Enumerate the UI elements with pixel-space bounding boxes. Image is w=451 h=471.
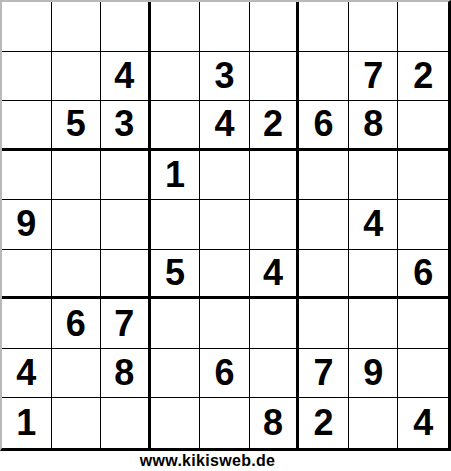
cell-r4c5[interactable] bbox=[200, 151, 250, 201]
given-digit: 2 bbox=[413, 58, 433, 94]
cell-r5c9[interactable] bbox=[398, 200, 448, 250]
cell-r6c7[interactable] bbox=[299, 250, 349, 300]
cell-r6c9[interactable]: 6 bbox=[398, 250, 448, 300]
cell-r9c5[interactable] bbox=[200, 398, 250, 448]
cell-r8c1[interactable]: 4 bbox=[2, 349, 52, 399]
cell-r5c8[interactable]: 4 bbox=[349, 200, 399, 250]
watermark-url: www.kikisweb.de bbox=[0, 451, 451, 471]
cell-r1c6[interactable] bbox=[250, 2, 300, 52]
given-digit: 8 bbox=[114, 355, 134, 391]
cell-r7c7[interactable] bbox=[299, 299, 349, 349]
cell-r6c6[interactable]: 4 bbox=[250, 250, 300, 300]
cell-r6c8[interactable] bbox=[349, 250, 399, 300]
cell-r2c5[interactable]: 3 bbox=[200, 52, 250, 102]
cell-r8c4[interactable] bbox=[151, 349, 201, 399]
cell-r3c3[interactable]: 3 bbox=[101, 101, 151, 151]
cell-r9c8[interactable] bbox=[349, 398, 399, 448]
given-digit: 6 bbox=[413, 255, 433, 291]
cell-r6c1[interactable] bbox=[2, 250, 52, 300]
cell-r4c6[interactable] bbox=[250, 151, 300, 201]
cell-r2c9[interactable]: 2 bbox=[398, 52, 448, 102]
cell-r1c3[interactable] bbox=[101, 2, 151, 52]
cell-r6c2[interactable] bbox=[52, 250, 102, 300]
cell-r3c5[interactable]: 4 bbox=[200, 101, 250, 151]
cell-r9c2[interactable] bbox=[52, 398, 102, 448]
given-digit: 6 bbox=[66, 306, 86, 342]
given-digit: 1 bbox=[16, 405, 36, 441]
cell-r7c9[interactable] bbox=[398, 299, 448, 349]
cell-r6c4[interactable]: 5 bbox=[151, 250, 201, 300]
cell-r8c6[interactable] bbox=[250, 349, 300, 399]
given-digit: 6 bbox=[314, 106, 334, 142]
cell-r7c6[interactable] bbox=[250, 299, 300, 349]
cell-r1c5[interactable] bbox=[200, 2, 250, 52]
given-digit: 1 bbox=[165, 157, 185, 193]
cell-r8c7[interactable]: 7 bbox=[299, 349, 349, 399]
given-digit: 5 bbox=[165, 255, 185, 291]
cell-r7c8[interactable] bbox=[349, 299, 399, 349]
cell-r5c5[interactable] bbox=[200, 200, 250, 250]
given-digit: 4 bbox=[114, 58, 134, 94]
cell-r2c8[interactable]: 7 bbox=[349, 52, 399, 102]
cell-r2c6[interactable] bbox=[250, 52, 300, 102]
cell-r4c7[interactable] bbox=[299, 151, 349, 201]
cell-r3c1[interactable] bbox=[2, 101, 52, 151]
cell-r2c1[interactable] bbox=[2, 52, 52, 102]
cell-r9c3[interactable] bbox=[101, 398, 151, 448]
cell-r5c4[interactable] bbox=[151, 200, 201, 250]
given-digit: 2 bbox=[263, 106, 283, 142]
cell-r5c3[interactable] bbox=[101, 200, 151, 250]
cell-r8c2[interactable] bbox=[52, 349, 102, 399]
cell-r2c2[interactable] bbox=[52, 52, 102, 102]
cell-r8c5[interactable]: 6 bbox=[200, 349, 250, 399]
cell-r7c1[interactable] bbox=[2, 299, 52, 349]
given-digit: 7 bbox=[114, 306, 134, 342]
cell-r2c7[interactable] bbox=[299, 52, 349, 102]
given-digit: 4 bbox=[363, 206, 383, 242]
cell-r5c1[interactable]: 9 bbox=[2, 200, 52, 250]
cell-r8c9[interactable] bbox=[398, 349, 448, 399]
cell-r9c9[interactable]: 4 bbox=[398, 398, 448, 448]
given-digit: 5 bbox=[66, 106, 86, 142]
cell-r3c7[interactable]: 6 bbox=[299, 101, 349, 151]
cell-r4c8[interactable] bbox=[349, 151, 399, 201]
given-digit: 4 bbox=[413, 405, 433, 441]
cell-r8c8[interactable]: 9 bbox=[349, 349, 399, 399]
cell-r8c3[interactable]: 8 bbox=[101, 349, 151, 399]
cell-r1c7[interactable] bbox=[299, 2, 349, 52]
given-digit: 4 bbox=[214, 106, 234, 142]
cell-r1c9[interactable] bbox=[398, 2, 448, 52]
cell-r9c6[interactable]: 8 bbox=[250, 398, 300, 448]
cell-r1c1[interactable] bbox=[2, 2, 52, 52]
sudoku-board: 437253426819454667486791824 bbox=[0, 0, 451, 451]
cell-r1c4[interactable] bbox=[151, 2, 201, 52]
given-digit: 9 bbox=[16, 206, 36, 242]
cell-r4c3[interactable] bbox=[101, 151, 151, 201]
given-digit: 8 bbox=[363, 106, 383, 142]
cell-r3c6[interactable]: 2 bbox=[250, 101, 300, 151]
cell-r7c5[interactable] bbox=[200, 299, 250, 349]
given-digit: 7 bbox=[363, 58, 383, 94]
given-digit: 2 bbox=[314, 405, 334, 441]
cell-r5c2[interactable] bbox=[52, 200, 102, 250]
cell-r3c2[interactable]: 5 bbox=[52, 101, 102, 151]
cell-r9c7[interactable]: 2 bbox=[299, 398, 349, 448]
cell-r3c8[interactable]: 8 bbox=[349, 101, 399, 151]
cell-r9c4[interactable] bbox=[151, 398, 201, 448]
cell-r7c4[interactable] bbox=[151, 299, 201, 349]
cell-r4c2[interactable] bbox=[52, 151, 102, 201]
cell-r7c2[interactable]: 6 bbox=[52, 299, 102, 349]
cell-r6c5[interactable] bbox=[200, 250, 250, 300]
given-digit: 4 bbox=[16, 355, 36, 391]
given-digit: 3 bbox=[114, 106, 134, 142]
cell-r3c4[interactable] bbox=[151, 101, 201, 151]
cell-r1c2[interactable] bbox=[52, 2, 102, 52]
cell-r6c3[interactable] bbox=[101, 250, 151, 300]
cell-r3c9[interactable] bbox=[398, 101, 448, 151]
cell-r4c4[interactable]: 1 bbox=[151, 151, 201, 201]
given-digit: 6 bbox=[214, 355, 234, 391]
given-digit: 8 bbox=[263, 405, 283, 441]
given-digit: 4 bbox=[263, 255, 283, 291]
cell-r1c8[interactable] bbox=[349, 2, 399, 52]
cell-r5c7[interactable] bbox=[299, 200, 349, 250]
given-digit: 7 bbox=[314, 355, 334, 391]
given-digit: 9 bbox=[363, 355, 383, 391]
cell-r9c1[interactable]: 1 bbox=[2, 398, 52, 448]
cell-r5c6[interactable] bbox=[250, 200, 300, 250]
cell-r2c4[interactable] bbox=[151, 52, 201, 102]
cell-r7c3[interactable]: 7 bbox=[101, 299, 151, 349]
cell-r4c1[interactable] bbox=[2, 151, 52, 201]
cell-r4c9[interactable] bbox=[398, 151, 448, 201]
sudoku-page: 437253426819454667486791824 www.kikisweb… bbox=[0, 0, 451, 471]
given-digit: 3 bbox=[214, 58, 234, 94]
cell-r2c3[interactable]: 4 bbox=[101, 52, 151, 102]
